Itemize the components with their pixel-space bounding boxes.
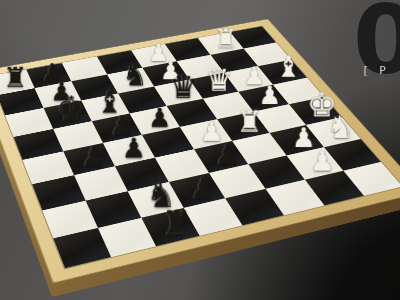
piece-black-pawn-f4[interactable]: ♟ — [215, 141, 240, 168]
piece-black-knight-b5[interactable]: ♞ — [122, 62, 147, 90]
piece-black-queen-c4[interactable]: ♛ — [169, 71, 197, 103]
piece-black-pawn-d5[interactable]: ♟ — [148, 105, 171, 131]
piece-black-rook-a8[interactable]: ♜ — [3, 64, 28, 91]
piece-black-pawn-g5[interactable]: ♟ — [190, 174, 216, 203]
watermark-small-text: [ P — [362, 64, 388, 77]
chessboard-3d: ♜♟♟♜♟♞♟♚♝♛♛♟♝♟♟♟♟♟♟♜♚♟♟♞♞♟♟♜ — [0, 19, 400, 284]
board-grid: ♜♟♟♜♟♞♟♚♝♛♛♟♝♟♟♟♟♟♟♜♚♟♟♞♞♟♟♜ — [0, 26, 400, 268]
piece-black-pawn-e6[interactable]: ♟ — [122, 135, 146, 162]
piece-white-pawn-g2[interactable]: ♟ — [310, 147, 335, 175]
watermark-zero-text: 0 — [353, 0, 400, 95]
piece-white-knight-f1[interactable]: ♞ — [327, 112, 354, 143]
chess-render-scene: ♜♟♟♜♟♞♟♚♝♛♛♟♝♟♟♟♟♟♟♜♚♟♟♞♞♟♟♜ 0 [ P — [0, 0, 400, 300]
piece-black-rook-h6[interactable]: ♜ — [161, 207, 191, 241]
piece-white-queen-c3[interactable]: ♛ — [205, 64, 233, 95]
piece-white-bishop-c1[interactable]: ♝ — [275, 53, 301, 82]
piece-black-king-c7[interactable]: ♚ — [56, 91, 86, 125]
piece-white-rook-e3[interactable]: ♜ — [236, 108, 262, 137]
piece-black-pawn-e7[interactable]: ♟ — [81, 143, 106, 171]
piece-white-rook-a2[interactable]: ♜ — [214, 26, 237, 52]
board-wood-frame: ♜♟♟♜♟♞♟♚♝♛♛♟♝♟♟♟♟♟♟♜♚♟♟♞♞♟♟♜ — [0, 19, 400, 284]
